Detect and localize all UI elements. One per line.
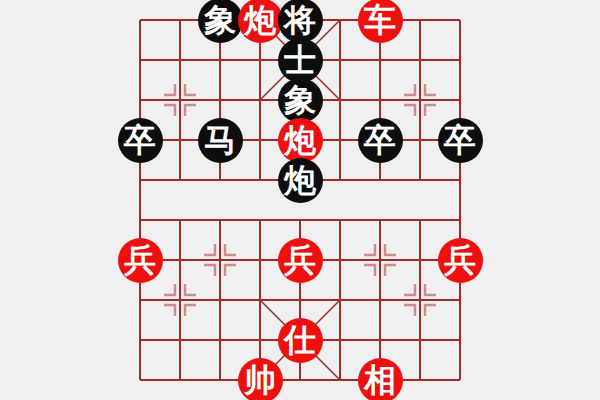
black-advisor-glyph: 士: [284, 44, 316, 76]
board-point: 兵: [280, 240, 320, 280]
black-advisor[interactable]: 士: [278, 38, 323, 83]
red-general-glyph: 帅: [244, 364, 276, 396]
red-cannon-glyph: 炮: [284, 124, 316, 156]
red-cannon[interactable]: 炮: [238, 0, 283, 43]
board-point: 将: [280, 0, 320, 40]
board-point: 炮: [280, 160, 320, 200]
board-point: 士: [280, 40, 320, 80]
board-point: 炮: [240, 0, 280, 40]
board-point: 卒: [120, 120, 160, 160]
board-point: 仕: [280, 320, 320, 360]
black-elephant[interactable]: 象: [278, 78, 323, 123]
black-horse[interactable]: 马: [198, 118, 243, 163]
board-point: 卒: [440, 120, 480, 160]
red-pawn-glyph: 兵: [124, 244, 156, 276]
black-cannon-glyph: 炮: [284, 164, 316, 196]
board-point: 象: [200, 0, 240, 40]
red-chariot[interactable]: 车: [358, 0, 403, 43]
red-pawn-glyph: 兵: [284, 244, 316, 276]
black-pawn[interactable]: 卒: [438, 118, 483, 163]
black-elephant-glyph: 象: [204, 4, 236, 36]
board-point: 车: [360, 0, 400, 40]
board-point: 马: [200, 120, 240, 160]
pieces-layer: 象炮将车士象卒马炮卒卒炮兵兵兵仕帅相: [120, 0, 480, 400]
red-cannon[interactable]: 炮: [278, 118, 323, 163]
red-pawn[interactable]: 兵: [118, 238, 163, 283]
board-point: 卒: [360, 120, 400, 160]
red-general[interactable]: 帅: [238, 358, 283, 400]
red-pawn[interactable]: 兵: [278, 238, 323, 283]
black-pawn[interactable]: 卒: [118, 118, 163, 163]
black-general-glyph: 将: [284, 4, 316, 36]
red-cannon-glyph: 炮: [244, 4, 276, 36]
red-chariot-glyph: 车: [364, 4, 396, 36]
red-elephant[interactable]: 相: [358, 358, 403, 400]
black-pawn-glyph: 卒: [124, 124, 156, 156]
board-point: 兵: [120, 240, 160, 280]
red-pawn[interactable]: 兵: [438, 238, 483, 283]
red-elephant-glyph: 相: [364, 364, 396, 396]
board-point: 相: [360, 360, 400, 400]
xiangqi-board[interactable]: 象炮将车士象卒马炮卒卒炮兵兵兵仕帅相: [0, 0, 600, 400]
black-cannon[interactable]: 炮: [278, 158, 323, 203]
black-general[interactable]: 将: [278, 0, 323, 43]
black-elephant[interactable]: 象: [198, 0, 243, 43]
board-point: 炮: [280, 120, 320, 160]
board-point: 兵: [440, 240, 480, 280]
black-horse-glyph: 马: [204, 124, 236, 156]
red-advisor[interactable]: 仕: [278, 318, 323, 363]
black-pawn-glyph: 卒: [444, 124, 476, 156]
board-point: 帅: [240, 360, 280, 400]
black-pawn-glyph: 卒: [364, 124, 396, 156]
board-point: 象: [280, 80, 320, 120]
black-elephant-glyph: 象: [284, 84, 316, 116]
red-pawn-glyph: 兵: [444, 244, 476, 276]
red-advisor-glyph: 仕: [284, 324, 316, 356]
black-pawn[interactable]: 卒: [358, 118, 403, 163]
screenshot-root: 象炮将车士象卒马炮卒卒炮兵兵兵仕帅相: [0, 0, 600, 400]
